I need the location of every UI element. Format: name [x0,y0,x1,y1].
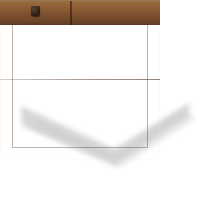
fold-seam [0,79,160,81]
fold-seam-front [70,1,72,25]
box-front-left-side [0,0,160,25]
product-photo-scene [0,0,200,200]
clasp-latch [31,6,40,16]
